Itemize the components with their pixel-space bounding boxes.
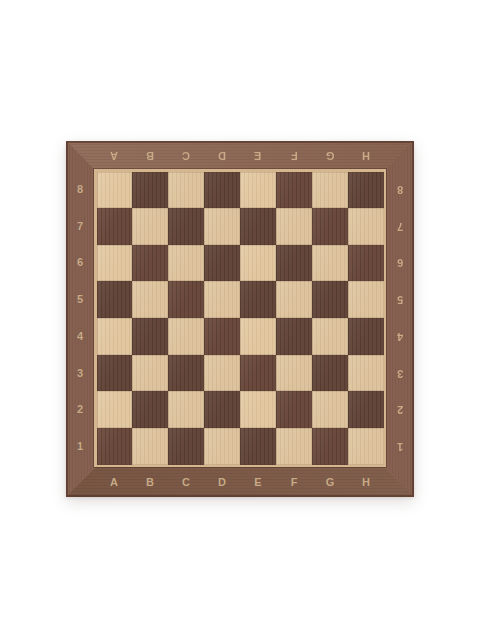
chess-board: ABCDEFGH ABCDEFGH 87654321 87654321 — [66, 141, 414, 497]
square-h6[interactable] — [348, 245, 384, 282]
square-h5[interactable] — [348, 281, 384, 318]
square-h2[interactable] — [348, 391, 384, 428]
square-b7[interactable] — [132, 208, 168, 245]
square-h7[interactable] — [348, 208, 384, 245]
square-b3[interactable] — [132, 355, 168, 392]
square-g2[interactable] — [312, 391, 348, 428]
square-b8[interactable] — [132, 172, 168, 209]
square-e6[interactable] — [240, 245, 276, 282]
square-a6[interactable] — [97, 245, 133, 282]
square-f7[interactable] — [276, 208, 312, 245]
squares-grid — [97, 172, 384, 465]
square-c7[interactable] — [168, 208, 204, 245]
square-e3[interactable] — [240, 355, 276, 392]
square-f6[interactable] — [276, 245, 312, 282]
square-f2[interactable] — [276, 391, 312, 428]
square-d3[interactable] — [204, 355, 240, 392]
square-a7[interactable] — [97, 208, 133, 245]
square-h1[interactable] — [348, 428, 384, 465]
square-e2[interactable] — [240, 391, 276, 428]
square-d8[interactable] — [204, 172, 240, 209]
square-f3[interactable] — [276, 355, 312, 392]
board-frame-top — [66, 141, 414, 169]
board-frame-right — [386, 141, 414, 497]
square-f1[interactable] — [276, 428, 312, 465]
square-d4[interactable] — [204, 318, 240, 355]
board-frame-bottom — [66, 467, 414, 497]
square-a1[interactable] — [97, 428, 133, 465]
square-g5[interactable] — [312, 281, 348, 318]
square-e4[interactable] — [240, 318, 276, 355]
square-a3[interactable] — [97, 355, 133, 392]
square-e1[interactable] — [240, 428, 276, 465]
square-d7[interactable] — [204, 208, 240, 245]
square-h8[interactable] — [348, 172, 384, 209]
square-a2[interactable] — [97, 391, 133, 428]
square-g1[interactable] — [312, 428, 348, 465]
square-e8[interactable] — [240, 172, 276, 209]
square-a8[interactable] — [97, 172, 133, 209]
square-c4[interactable] — [168, 318, 204, 355]
square-a5[interactable] — [97, 281, 133, 318]
square-d1[interactable] — [204, 428, 240, 465]
square-f4[interactable] — [276, 318, 312, 355]
square-d5[interactable] — [204, 281, 240, 318]
square-c5[interactable] — [168, 281, 204, 318]
square-g7[interactable] — [312, 208, 348, 245]
square-f8[interactable] — [276, 172, 312, 209]
square-g6[interactable] — [312, 245, 348, 282]
square-g3[interactable] — [312, 355, 348, 392]
square-b1[interactable] — [132, 428, 168, 465]
square-b6[interactable] — [132, 245, 168, 282]
square-h3[interactable] — [348, 355, 384, 392]
square-c3[interactable] — [168, 355, 204, 392]
square-h4[interactable] — [348, 318, 384, 355]
square-f5[interactable] — [276, 281, 312, 318]
square-e5[interactable] — [240, 281, 276, 318]
square-d2[interactable] — [204, 391, 240, 428]
playing-area-inlay-border — [94, 169, 386, 467]
board-frame-left — [66, 141, 94, 497]
square-b2[interactable] — [132, 391, 168, 428]
square-g4[interactable] — [312, 318, 348, 355]
square-c8[interactable] — [168, 172, 204, 209]
square-d6[interactable] — [204, 245, 240, 282]
square-b5[interactable] — [132, 281, 168, 318]
square-c6[interactable] — [168, 245, 204, 282]
square-a4[interactable] — [97, 318, 133, 355]
product-photo-canvas: ABCDEFGH ABCDEFGH 87654321 87654321 — [0, 0, 480, 640]
square-e7[interactable] — [240, 208, 276, 245]
square-g8[interactable] — [312, 172, 348, 209]
square-b4[interactable] — [132, 318, 168, 355]
square-c1[interactable] — [168, 428, 204, 465]
square-c2[interactable] — [168, 391, 204, 428]
